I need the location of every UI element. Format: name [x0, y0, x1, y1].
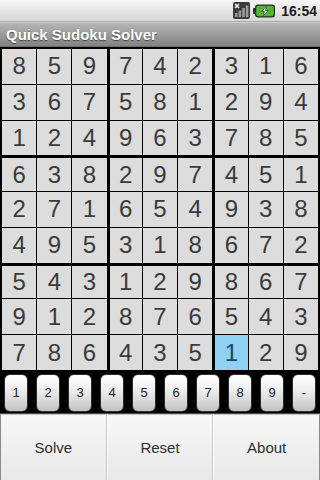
- sudoku-cell-r8c2[interactable]: 1: [37, 299, 71, 334]
- sudoku-cell-r9c6[interactable]: 5: [178, 335, 212, 370]
- sudoku-cell-r9c5[interactable]: 3: [143, 335, 177, 370]
- numpad-button-9[interactable]: 9: [260, 374, 284, 412]
- sudoku-cell-r6c9[interactable]: 2: [284, 228, 318, 263]
- number-pad: 123456789-: [0, 372, 320, 413]
- status-bar: 16:54: [0, 0, 320, 22]
- sudoku-cell-r1c4[interactable]: 7: [108, 49, 142, 84]
- sudoku-cell-r2c6[interactable]: 1: [178, 85, 212, 120]
- sudoku-cell-r9c2[interactable]: 8: [37, 335, 71, 370]
- sudoku-cell-r4c9[interactable]: 1: [284, 156, 318, 191]
- sudoku-cell-r4c7[interactable]: 4: [213, 156, 247, 191]
- no-signal-icon: [233, 2, 250, 19]
- sudoku-cell-r3c4[interactable]: 9: [108, 121, 142, 156]
- sudoku-cell-r1c8[interactable]: 1: [249, 49, 283, 84]
- sudoku-cell-r9c8[interactable]: 2: [249, 335, 283, 370]
- sudoku-cell-r5c8[interactable]: 3: [249, 192, 283, 227]
- sudoku-cell-r3c3[interactable]: 4: [72, 121, 106, 156]
- app-title: Quick Sudoku Solver: [6, 26, 157, 43]
- sudoku-cell-r3c7[interactable]: 7: [213, 121, 247, 156]
- sudoku-cell-r4c6[interactable]: 7: [178, 156, 212, 191]
- sudoku-cell-r5c9[interactable]: 8: [284, 192, 318, 227]
- numpad-button-6[interactable]: 6: [164, 374, 188, 412]
- sudoku-cell-r7c8[interactable]: 6: [249, 264, 283, 299]
- sudoku-cell-r1c9[interactable]: 6: [284, 49, 318, 84]
- sudoku-cell-r9c9[interactable]: 9: [284, 335, 318, 370]
- sudoku-cell-r9c1[interactable]: 7: [2, 335, 36, 370]
- sudoku-cell-r7c9[interactable]: 7: [284, 264, 318, 299]
- sudoku-cell-r7c1[interactable]: 5: [2, 264, 36, 299]
- sudoku-cell-r8c7[interactable]: 5: [213, 299, 247, 334]
- sudoku-cell-r5c4[interactable]: 6: [108, 192, 142, 227]
- sudoku-cell-r4c2[interactable]: 3: [37, 156, 71, 191]
- sudoku-cell-r1c1[interactable]: 8: [2, 49, 36, 84]
- solve-button[interactable]: Solve: [0, 414, 107, 480]
- status-clock: 16:54: [281, 3, 317, 19]
- sudoku-cell-r4c8[interactable]: 5: [249, 156, 283, 191]
- sudoku-cell-r2c1[interactable]: 3: [2, 85, 36, 120]
- sudoku-cell-r3c5[interactable]: 6: [143, 121, 177, 156]
- sudoku-cell-r6c2[interactable]: 9: [37, 228, 71, 263]
- sudoku-cell-r3c9[interactable]: 5: [284, 121, 318, 156]
- numpad-button-3[interactable]: 3: [68, 374, 92, 412]
- sudoku-cell-r2c5[interactable]: 8: [143, 85, 177, 120]
- sudoku-cell-r4c3[interactable]: 8: [72, 156, 106, 191]
- sudoku-cell-r8c6[interactable]: 6: [178, 299, 212, 334]
- sudoku-cell-r6c3[interactable]: 5: [72, 228, 106, 263]
- sudoku-cell-r8c3[interactable]: 2: [72, 299, 106, 334]
- sudoku-cell-r2c7[interactable]: 2: [213, 85, 247, 120]
- numpad-button-5[interactable]: 5: [132, 374, 156, 412]
- sudoku-cell-r6c1[interactable]: 4: [2, 228, 36, 263]
- numpad-button-8[interactable]: 8: [228, 374, 252, 412]
- sudoku-cell-r3c1[interactable]: 1: [2, 121, 36, 156]
- sudoku-cell-r6c8[interactable]: 7: [249, 228, 283, 263]
- sudoku-cell-r4c4[interactable]: 2: [108, 156, 142, 191]
- about-button[interactable]: About: [213, 414, 320, 480]
- sudoku-cell-r7c2[interactable]: 4: [37, 264, 71, 299]
- sudoku-cell-r8c4[interactable]: 8: [108, 299, 142, 334]
- sudoku-cell-r6c7[interactable]: 6: [213, 228, 247, 263]
- sudoku-cell-r6c4[interactable]: 3: [108, 228, 142, 263]
- sudoku-cell-r5c1[interactable]: 2: [2, 192, 36, 227]
- sudoku-cell-r7c7[interactable]: 8: [213, 264, 247, 299]
- sudoku-cell-r8c5[interactable]: 7: [143, 299, 177, 334]
- battery-charging-icon: [253, 4, 275, 18]
- sudoku-cell-r9c4[interactable]: 4: [108, 335, 142, 370]
- sudoku-cell-r7c6[interactable]: 9: [178, 264, 212, 299]
- sudoku-cell-r9c7[interactable]: 1: [213, 335, 247, 370]
- numpad-button-2[interactable]: 2: [36, 374, 60, 412]
- sudoku-cell-r7c4[interactable]: 1: [108, 264, 142, 299]
- sudoku-cell-r5c2[interactable]: 7: [37, 192, 71, 227]
- phone-screen: 16:54 Quick Sudoku Solver 85974231636758…: [0, 0, 320, 480]
- sudoku-cell-r1c2[interactable]: 5: [37, 49, 71, 84]
- sudoku-cell-r8c9[interactable]: 3: [284, 299, 318, 334]
- reset-button[interactable]: Reset: [107, 414, 214, 480]
- numpad-button-1[interactable]: 1: [4, 374, 28, 412]
- sudoku-cell-r5c7[interactable]: 9: [213, 192, 247, 227]
- bottom-button-bar: SolveResetAbout: [0, 413, 320, 480]
- numpad-button-7[interactable]: 7: [196, 374, 220, 412]
- sudoku-cell-r8c8[interactable]: 4: [249, 299, 283, 334]
- sudoku-cell-r7c5[interactable]: 2: [143, 264, 177, 299]
- sudoku-cell-r4c5[interactable]: 9: [143, 156, 177, 191]
- sudoku-cell-r5c6[interactable]: 4: [178, 192, 212, 227]
- sudoku-cell-r1c5[interactable]: 4: [143, 49, 177, 84]
- sudoku-cell-r8c1[interactable]: 9: [2, 299, 36, 334]
- sudoku-cell-r2c4[interactable]: 5: [108, 85, 142, 120]
- sudoku-cell-r4c1[interactable]: 6: [2, 156, 36, 191]
- numpad-button-clear[interactable]: -: [292, 374, 316, 412]
- sudoku-cell-r1c6[interactable]: 2: [178, 49, 212, 84]
- sudoku-cell-r6c6[interactable]: 8: [178, 228, 212, 263]
- sudoku-board: 8597423163675812941249637856382974512716…: [0, 47, 320, 372]
- title-bar: Quick Sudoku Solver: [0, 22, 320, 47]
- sudoku-cell-r2c8[interactable]: 9: [249, 85, 283, 120]
- sudoku-cell-r3c6[interactable]: 3: [178, 121, 212, 156]
- sudoku-cell-r2c2[interactable]: 6: [37, 85, 71, 120]
- sudoku-cell-r9c3[interactable]: 6: [72, 335, 106, 370]
- sudoku-cell-r1c7[interactable]: 3: [213, 49, 247, 84]
- sudoku-cell-r3c8[interactable]: 8: [249, 121, 283, 156]
- sudoku-cell-r5c5[interactable]: 5: [143, 192, 177, 227]
- sudoku-cell-r1c3[interactable]: 9: [72, 49, 106, 84]
- sudoku-cell-r5c3[interactable]: 1: [72, 192, 106, 227]
- sudoku-cell-r2c3[interactable]: 7: [72, 85, 106, 120]
- sudoku-cell-r2c9[interactable]: 4: [284, 85, 318, 120]
- sudoku-cell-r7c3[interactable]: 3: [72, 264, 106, 299]
- sudoku-cell-r6c5[interactable]: 1: [143, 228, 177, 263]
- sudoku-cell-r3c2[interactable]: 2: [37, 121, 71, 156]
- numpad-button-4[interactable]: 4: [100, 374, 124, 412]
